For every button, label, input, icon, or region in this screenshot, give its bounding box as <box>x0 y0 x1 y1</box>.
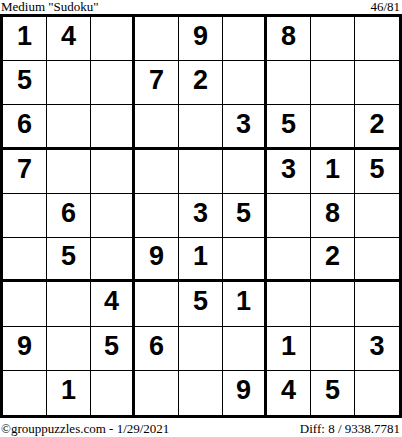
cell-r6c2: 5 <box>47 238 91 282</box>
cell-r9c5[interactable] <box>179 371 223 415</box>
cell-r9c2: 1 <box>47 371 91 415</box>
cell-r5c9[interactable] <box>355 194 399 238</box>
cell-r9c8: 5 <box>311 371 355 415</box>
cell-r2c3[interactable] <box>91 61 135 105</box>
cell-r4c6[interactable] <box>223 150 267 194</box>
cell-r8c4: 6 <box>135 327 179 371</box>
cell-r9c6: 9 <box>223 371 267 415</box>
cell-r8c7: 1 <box>267 327 311 371</box>
cell-r2c8[interactable] <box>311 61 355 105</box>
cell-r9c3[interactable] <box>91 371 135 415</box>
cell-r2c5: 2 <box>179 61 223 105</box>
cell-r7c6: 1 <box>223 282 267 326</box>
cell-r8c1: 9 <box>3 327 47 371</box>
cell-r8c2[interactable] <box>47 327 91 371</box>
cell-r5c3[interactable] <box>91 194 135 238</box>
cell-r4c5[interactable] <box>179 150 223 194</box>
cell-r2c4: 7 <box>135 61 179 105</box>
cell-r6c7[interactable] <box>267 238 311 282</box>
cell-r6c9[interactable] <box>355 238 399 282</box>
empty-cell-counter: 46/81 <box>370 0 400 13</box>
cell-r7c3: 4 <box>91 282 135 326</box>
cell-r3c8[interactable] <box>311 105 355 149</box>
cell-r3c2[interactable] <box>47 105 91 149</box>
cell-r7c4[interactable] <box>135 282 179 326</box>
cell-r7c1[interactable] <box>3 282 47 326</box>
footer: ©grouppuzzles.com - 1/29/2021 Diff: 8 / … <box>0 418 402 437</box>
copyright-date: ©grouppuzzles.com - 1/29/2021 <box>1 422 169 435</box>
cell-r6c5: 1 <box>179 238 223 282</box>
cell-r8c3: 5 <box>91 327 135 371</box>
cell-r4c4[interactable] <box>135 150 179 194</box>
cell-r5c6: 5 <box>223 194 267 238</box>
cell-r6c8: 2 <box>311 238 355 282</box>
cell-r8c6[interactable] <box>223 327 267 371</box>
cell-r9c1[interactable] <box>3 371 47 415</box>
cell-r6c3[interactable] <box>91 238 135 282</box>
cell-r6c6[interactable] <box>223 238 267 282</box>
cell-r8c9: 3 <box>355 327 399 371</box>
cell-r1c7: 8 <box>267 17 311 61</box>
cell-r9c4[interactable] <box>135 371 179 415</box>
cell-r1c9[interactable] <box>355 17 399 61</box>
cell-r3c1: 6 <box>3 105 47 149</box>
cell-r4c9: 5 <box>355 150 399 194</box>
cell-r2c7[interactable] <box>267 61 311 105</box>
cell-r3c5[interactable] <box>179 105 223 149</box>
cell-r5c8: 8 <box>311 194 355 238</box>
cell-r4c1: 7 <box>3 150 47 194</box>
cell-r7c5: 5 <box>179 282 223 326</box>
cell-r5c7[interactable] <box>267 194 311 238</box>
cell-r5c1[interactable] <box>3 194 47 238</box>
cell-r4c8: 1 <box>311 150 355 194</box>
cell-r8c8[interactable] <box>311 327 355 371</box>
cell-r5c2: 6 <box>47 194 91 238</box>
cell-r7c9[interactable] <box>355 282 399 326</box>
cell-r2c2[interactable] <box>47 61 91 105</box>
cell-r2c1: 5 <box>3 61 47 105</box>
puzzle-title: Medium "Sudoku" <box>1 0 99 13</box>
cell-r1c2: 4 <box>47 17 91 61</box>
cell-r5c4[interactable] <box>135 194 179 238</box>
cell-r3c3[interactable] <box>91 105 135 149</box>
cell-r5c5: 3 <box>179 194 223 238</box>
header: Medium "Sudoku" 46/81 <box>0 0 402 14</box>
cell-r1c1: 1 <box>3 17 47 61</box>
cell-r7c7[interactable] <box>267 282 311 326</box>
cell-r3c4[interactable] <box>135 105 179 149</box>
cell-r3c7: 5 <box>267 105 311 149</box>
cell-r2c6[interactable] <box>223 61 267 105</box>
sudoku-page: Medium "Sudoku" 46/81 149857263527315635… <box>0 0 402 437</box>
cell-r4c3[interactable] <box>91 150 135 194</box>
cell-r1c5: 9 <box>179 17 223 61</box>
cell-r2c9[interactable] <box>355 61 399 105</box>
cell-r4c7: 3 <box>267 150 311 194</box>
difficulty-rating: Diff: 8 / 9338.7781 <box>300 422 400 435</box>
cell-r6c4: 9 <box>135 238 179 282</box>
cell-r9c7: 4 <box>267 371 311 415</box>
sudoku-board: 14985726352731563585912451956131945 <box>0 14 402 418</box>
cell-r1c6[interactable] <box>223 17 267 61</box>
cell-r6c1[interactable] <box>3 238 47 282</box>
cell-r8c5[interactable] <box>179 327 223 371</box>
cell-r7c2[interactable] <box>47 282 91 326</box>
cell-r1c8[interactable] <box>311 17 355 61</box>
cell-r3c6: 3 <box>223 105 267 149</box>
cell-r4c2[interactable] <box>47 150 91 194</box>
cell-r1c3[interactable] <box>91 17 135 61</box>
cell-r7c8[interactable] <box>311 282 355 326</box>
cell-r1c4[interactable] <box>135 17 179 61</box>
cell-r9c9[interactable] <box>355 371 399 415</box>
cell-r3c9: 2 <box>355 105 399 149</box>
